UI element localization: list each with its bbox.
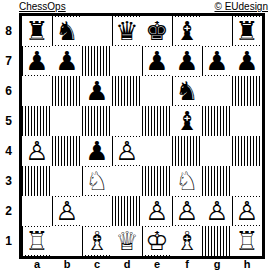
square-a8[interactable]: ♜ <box>22 16 52 46</box>
square-a7[interactable]: ♟ <box>22 46 52 76</box>
piece-black-pawn: ♟ <box>204 47 230 75</box>
piece-white-pawn: ♙ <box>204 197 230 225</box>
square-c6[interactable]: ♟ <box>82 76 112 106</box>
rank-label-7: 7 <box>0 46 17 76</box>
square-e6[interactable] <box>142 76 172 106</box>
piece-black-bishop: ♝ <box>174 17 200 45</box>
square-c8[interactable] <box>82 16 112 46</box>
square-a5[interactable] <box>22 106 52 136</box>
board-squares: ♜♞♛♚♝♜♟♟♟♟♟♟♟♞♝♙♟♙♘♘♙♙♙♙♙♖♗♕♔♗♖ <box>22 16 262 256</box>
piece-white-bishop: ♗ <box>84 227 110 255</box>
square-f4[interactable] <box>172 136 202 166</box>
square-a6[interactable] <box>22 76 52 106</box>
square-g7[interactable]: ♟ <box>202 46 232 76</box>
square-b6[interactable] <box>52 76 82 106</box>
rank-label-6: 6 <box>0 76 17 106</box>
file-label-d: d <box>112 259 142 270</box>
piece-black-king: ♚ <box>144 17 170 45</box>
square-f7[interactable]: ♟ <box>172 46 202 76</box>
square-e8[interactable]: ♚ <box>142 16 172 46</box>
app-title-link[interactable]: ChessOps <box>19 1 66 12</box>
square-f2[interactable]: ♙ <box>172 196 202 226</box>
file-label-e: e <box>142 259 172 270</box>
rank-label-2: 2 <box>0 196 17 226</box>
file-label-f: f <box>172 259 202 270</box>
square-b8[interactable]: ♞ <box>52 16 82 46</box>
square-e1[interactable]: ♔ <box>142 226 172 256</box>
square-c1[interactable]: ♗ <box>82 226 112 256</box>
piece-black-pawn: ♟ <box>234 47 260 75</box>
square-c5[interactable] <box>82 106 112 136</box>
piece-white-pawn: ♙ <box>144 197 170 225</box>
piece-white-pawn: ♙ <box>24 137 50 165</box>
piece-white-rook: ♖ <box>234 227 260 255</box>
piece-black-pawn: ♟ <box>144 47 170 75</box>
rank-label-4: 4 <box>0 136 17 166</box>
square-c7[interactable] <box>82 46 112 76</box>
square-h8[interactable]: ♜ <box>232 16 262 46</box>
square-h6[interactable] <box>232 76 262 106</box>
piece-black-pawn: ♟ <box>84 77 110 105</box>
square-h4[interactable] <box>232 136 262 166</box>
square-b3[interactable] <box>52 166 82 196</box>
square-f1[interactable]: ♗ <box>172 226 202 256</box>
square-a3[interactable] <box>22 166 52 196</box>
piece-white-pawn: ♙ <box>234 197 260 225</box>
rank-label-8: 8 <box>0 16 17 46</box>
square-d4[interactable]: ♙ <box>112 136 142 166</box>
rank-label-1: 1 <box>0 226 17 256</box>
square-e2[interactable]: ♙ <box>142 196 172 226</box>
piece-black-rook: ♜ <box>24 17 50 45</box>
square-b7[interactable]: ♟ <box>52 46 82 76</box>
square-a2[interactable] <box>22 196 52 226</box>
square-e5[interactable] <box>142 106 172 136</box>
rank-label-5: 5 <box>0 106 17 136</box>
square-e3[interactable] <box>142 166 172 196</box>
square-b5[interactable] <box>52 106 82 136</box>
piece-white-pawn: ♙ <box>54 197 80 225</box>
piece-black-pawn: ♟ <box>54 47 80 75</box>
square-f5[interactable]: ♝ <box>172 106 202 136</box>
piece-black-pawn: ♟ <box>174 47 200 75</box>
square-c2[interactable] <box>82 196 112 226</box>
square-d8[interactable]: ♛ <box>112 16 142 46</box>
square-c3[interactable]: ♘ <box>82 166 112 196</box>
square-f8[interactable]: ♝ <box>172 16 202 46</box>
square-d5[interactable] <box>112 106 142 136</box>
square-g2[interactable]: ♙ <box>202 196 232 226</box>
piece-white-pawn: ♙ <box>174 197 200 225</box>
square-f3[interactable]: ♘ <box>172 166 202 196</box>
square-b2[interactable]: ♙ <box>52 196 82 226</box>
square-g4[interactable] <box>202 136 232 166</box>
file-label-c: c <box>82 259 112 270</box>
piece-black-knight: ♞ <box>54 17 80 45</box>
piece-white-pawn: ♙ <box>114 137 140 165</box>
piece-black-knight: ♞ <box>174 77 200 105</box>
square-g3[interactable] <box>202 166 232 196</box>
square-d1[interactable]: ♕ <box>112 226 142 256</box>
square-g1[interactable] <box>202 226 232 256</box>
square-h3[interactable] <box>232 166 262 196</box>
piece-black-pawn: ♟ <box>84 137 110 165</box>
square-a1[interactable]: ♖ <box>22 226 52 256</box>
square-h7[interactable]: ♟ <box>232 46 262 76</box>
credit-link[interactable]: © EUdesign <box>214 1 268 12</box>
square-h5[interactable] <box>232 106 262 136</box>
square-d2[interactable] <box>112 196 142 226</box>
file-label-a: a <box>22 259 52 270</box>
square-c4[interactable]: ♟ <box>82 136 112 166</box>
piece-white-queen: ♕ <box>114 227 140 255</box>
square-g5[interactable] <box>202 106 232 136</box>
square-e4[interactable] <box>142 136 172 166</box>
piece-white-bishop: ♗ <box>174 227 200 255</box>
square-d6[interactable] <box>112 76 142 106</box>
square-b1[interactable] <box>52 226 82 256</box>
piece-white-knight: ♘ <box>174 167 200 195</box>
file-label-h: h <box>232 259 262 270</box>
square-d7[interactable] <box>112 46 142 76</box>
square-b4[interactable] <box>52 136 82 166</box>
file-label-g: g <box>202 259 232 270</box>
square-e7[interactable]: ♟ <box>142 46 172 76</box>
piece-white-rook: ♖ <box>24 227 50 255</box>
piece-black-queen: ♛ <box>114 17 140 45</box>
piece-white-knight: ♘ <box>84 167 110 195</box>
square-a4[interactable]: ♙ <box>22 136 52 166</box>
chess-board: ♜♞♛♚♝♜♟♟♟♟♟♟♟♞♝♙♟♙♘♘♙♙♙♙♙♖♗♕♔♗♖ <box>19 13 265 259</box>
square-g8[interactable] <box>202 16 232 46</box>
piece-black-bishop: ♝ <box>174 107 200 135</box>
square-h2[interactable]: ♙ <box>232 196 262 226</box>
piece-black-rook: ♜ <box>234 17 260 45</box>
square-g6[interactable] <box>202 76 232 106</box>
square-f6[interactable]: ♞ <box>172 76 202 106</box>
square-h1[interactable]: ♖ <box>232 226 262 256</box>
piece-black-pawn: ♟ <box>24 47 50 75</box>
square-d3[interactable] <box>112 166 142 196</box>
file-label-b: b <box>52 259 82 270</box>
file-labels: abcdefgh <box>22 259 262 270</box>
rank-labels: 87654321 <box>0 16 17 256</box>
rank-label-3: 3 <box>0 166 17 196</box>
piece-white-king: ♔ <box>144 227 170 255</box>
